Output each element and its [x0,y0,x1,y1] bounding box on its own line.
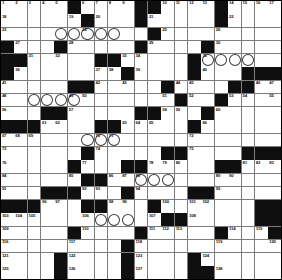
cell-r2c4[interactable] [41,14,54,27]
cell-r3c10[interactable] [121,28,134,41]
cell-r8c18[interactable]: 53 [228,94,241,107]
cell-r11c6[interactable] [68,134,81,147]
cell-r21c2[interactable] [14,266,27,279]
cell-r2c15[interactable] [188,14,201,27]
cell-r13c5[interactable] [54,160,67,173]
cell-r15c1[interactable]: 91 [1,187,14,200]
cell-r3c17[interactable]: 26 [215,28,228,41]
cell-r9c17[interactable]: 60 [215,107,228,120]
cell-r14c11[interactable]: 88 [135,174,148,187]
cell-r18c10[interactable] [121,227,134,240]
cell-r6c5[interactable] [54,67,67,80]
cell-r2c21[interactable] [268,14,281,27]
cell-r12c11[interactable] [135,147,148,160]
cell-r15c7[interactable]: 92 [81,187,94,200]
cell-r6c12[interactable] [148,67,161,80]
cell-r13c7[interactable]: 77 [81,160,94,173]
cell-r14c1[interactable]: 84 [1,174,14,187]
cell-r16c5[interactable]: 97 [54,200,67,213]
cell-r15c2[interactable] [14,187,27,200]
cell-r2c2[interactable] [14,14,27,27]
cell-r21c12[interactable] [148,266,161,279]
cell-r6c6[interactable] [68,67,81,80]
cell-r15c18[interactable] [228,187,241,200]
cell-r15c13[interactable] [161,187,174,200]
cell-r15c19[interactable] [242,187,255,200]
cell-r2c1[interactable]: 18 [1,14,14,27]
cell-r4c12[interactable]: 29 [148,41,161,54]
cell-r12c4[interactable] [41,147,54,160]
cell-r16c4[interactable]: 96 [41,200,54,213]
cell-r10c4[interactable]: 61 [41,120,54,133]
cell-r20c14[interactable] [175,253,188,266]
cell-r5c10[interactable]: 33 [121,54,134,67]
cell-r15c12[interactable] [148,187,161,200]
cell-r1c8[interactable]: 7 [95,1,108,14]
cell-r4c17[interactable]: 30 [215,41,228,54]
cell-r5c18[interactable] [228,54,241,67]
cell-r6c9[interactable]: 38 [108,67,121,80]
cell-r14c3[interactable] [28,174,41,187]
cell-r12c5[interactable] [54,147,67,160]
cell-r6c18[interactable] [228,67,241,80]
cell-r21c18[interactable] [228,266,241,279]
cell-r19c16[interactable] [201,240,214,253]
cell-r3c4[interactable] [41,28,54,41]
cell-r11c13[interactable] [161,134,174,147]
cell-r5c21[interactable] [268,54,281,67]
cell-r1c20[interactable]: 16 [255,1,268,14]
cell-r20c3[interactable] [28,253,41,266]
cell-r16c16[interactable]: 102 [201,200,214,213]
cell-r16c15[interactable]: 101 [188,200,201,213]
cell-r14c14[interactable] [175,174,188,187]
cell-r18c3[interactable] [28,227,41,240]
cell-r12c1[interactable]: 73 [1,147,14,160]
cell-r10c20[interactable] [255,120,268,133]
cell-r8c6[interactable]: 49 [68,94,81,107]
cell-r5c19[interactable] [242,54,255,67]
cell-r8c2[interactable] [14,94,27,107]
cell-r12c3[interactable] [28,147,41,160]
cell-r5c14[interactable] [175,54,188,67]
cell-r8c13[interactable]: 51 [161,94,174,107]
cell-r9c2[interactable] [14,107,27,120]
cell-r18c1[interactable]: 109 [1,227,14,240]
cell-r18c16[interactable] [201,227,214,240]
cell-r4c14[interactable] [175,41,188,54]
cell-r7c9[interactable] [108,81,121,94]
cell-r9c19[interactable] [242,107,255,120]
cell-r9c7[interactable] [81,107,94,120]
cell-r14c15[interactable] [188,174,201,187]
cell-r18c2[interactable] [14,227,27,240]
cell-r17c18[interactable] [228,213,241,226]
cell-r9c14[interactable]: 59 [175,107,188,120]
cell-r7c16[interactable] [201,81,214,94]
cell-r11c14[interactable] [175,134,188,147]
cell-r10c5[interactable]: 62 [54,120,67,133]
cell-r11c1[interactable]: 67 [1,134,14,147]
cell-r2c9[interactable] [108,14,121,27]
cell-r11c16[interactable] [201,134,214,147]
cell-r14c5[interactable] [54,174,67,187]
cell-r15c14[interactable] [175,187,188,200]
cell-r14c21[interactable] [268,174,281,187]
cell-r2c6[interactable]: 19 [68,14,81,27]
cell-r19c13[interactable] [161,240,174,253]
cell-r5c7[interactable] [81,54,94,67]
cell-r18c12[interactable]: 111 [148,227,161,240]
cell-r2c10[interactable] [121,14,134,27]
cell-r8c15[interactable]: 52 [188,94,201,107]
cell-r20c1[interactable]: 121 [1,253,14,266]
cell-r17c6[interactable] [68,213,81,226]
cell-r1c16[interactable]: 13 [201,1,214,14]
cell-r16c9[interactable]: 98 [108,200,121,213]
cell-r9c8[interactable] [95,107,108,120]
cell-r13c2[interactable] [14,160,27,173]
cell-r21c1[interactable]: 125 [1,266,14,279]
cell-r20c8[interactable] [95,253,108,266]
cell-r21c7[interactable] [81,266,94,279]
cell-r7c20[interactable]: 46 [255,81,268,94]
cell-r2c5[interactable] [54,14,67,27]
cell-r19c3[interactable] [28,240,41,253]
cell-r8c8[interactable] [95,94,108,107]
cell-r18c8[interactable] [95,227,108,240]
cell-r3c18[interactable] [228,28,241,41]
cell-r19c1[interactable]: 116 [1,240,14,253]
cell-r20c4[interactable] [41,253,54,266]
cell-r20c21[interactable] [268,253,281,266]
cell-r7c10[interactable]: 43 [121,81,134,94]
cell-r8c11[interactable] [135,94,148,107]
cell-r12c2[interactable] [14,147,27,160]
cell-r3c6[interactable] [68,28,81,41]
cell-r13c8[interactable] [95,160,108,173]
cell-r8c21[interactable]: 55 [268,94,281,107]
cell-r17c17[interactable] [215,213,228,226]
cell-r15c9[interactable] [108,187,121,200]
cell-r1c14[interactable]: 11 [175,1,188,14]
cell-r1c15[interactable]: 12 [188,1,201,14]
cell-r9c1[interactable]: 56 [1,107,14,120]
cell-r3c16[interactable] [201,28,214,41]
cell-r2c19[interactable] [242,14,255,27]
cell-r14c17[interactable]: 89 [215,174,228,187]
cell-r3c15[interactable] [188,28,201,41]
cell-r7c12[interactable] [148,81,161,94]
cell-r10c11[interactable]: 64 [135,120,148,133]
cell-r1c3[interactable]: 3 [28,1,41,14]
cell-r11c11[interactable] [135,134,148,147]
cell-r11c19[interactable] [242,134,255,147]
cell-r21c14[interactable] [175,266,188,279]
cell-r4c4[interactable] [41,41,54,54]
cell-r15c20[interactable] [255,187,268,200]
cell-r6c11[interactable]: 39 [135,67,148,80]
cell-r19c14[interactable] [175,240,188,253]
cell-r13c9[interactable] [108,160,121,173]
cell-r2c8[interactable]: 20 [95,14,108,27]
cell-r18c9[interactable] [108,227,121,240]
cell-r1c19[interactable]: 15 [242,1,255,14]
cell-r10c18[interactable] [228,120,241,133]
cell-r4c2[interactable]: 27 [14,41,27,54]
cell-r12c18[interactable] [228,147,241,160]
cell-r8c19[interactable]: 54 [242,94,255,107]
cell-r16c13[interactable]: 100 [161,200,174,213]
cell-r3c7[interactable]: 24 [81,28,94,41]
cell-r7c11[interactable] [135,81,148,94]
cell-r11c10[interactable] [121,134,134,147]
cell-r4c3[interactable] [28,41,41,54]
cell-r4c15[interactable] [188,41,201,54]
cell-r1c4[interactable]: 4 [41,1,54,14]
cell-r6c14[interactable] [175,67,188,80]
cell-r8c7[interactable]: 50 [81,94,94,107]
cell-r14c13[interactable] [161,174,174,187]
cell-r15c8[interactable]: 93 [95,187,108,200]
cell-r5c17[interactable] [215,54,228,67]
cell-r20c9[interactable] [108,253,121,266]
cell-r20c18[interactable] [228,253,241,266]
cell-r13c4[interactable] [41,160,54,173]
cell-r1c2[interactable]: 2 [14,1,27,14]
cell-r11c5[interactable] [54,134,67,147]
cell-r21c8[interactable] [95,266,108,279]
cell-r10c21[interactable] [268,120,281,133]
cell-r9c9[interactable] [108,107,121,120]
cell-r10c16[interactable]: 66 [201,120,214,133]
cell-r20c19[interactable] [242,253,255,266]
cell-r3c2[interactable] [14,28,27,41]
cell-r9c15[interactable] [188,107,201,120]
cell-r21c13[interactable] [161,266,174,279]
cell-r6c2[interactable]: 36 [14,67,27,80]
cell-r17c3[interactable]: 105 [28,213,41,226]
cell-r18c15[interactable] [188,227,201,240]
cell-r5c16[interactable]: 35 [201,54,214,67]
cell-r20c11[interactable]: 123 [135,253,148,266]
cell-r10c19[interactable] [242,120,255,133]
cell-r17c19[interactable] [242,213,255,226]
cell-r8c9[interactable] [108,94,121,107]
cell-r19c9[interactable] [108,240,121,253]
cell-r10c13[interactable] [161,120,174,133]
cell-r8c10[interactable] [121,94,134,107]
cell-r7c1[interactable]: 41 [1,81,14,94]
cell-r19c6[interactable]: 117 [68,240,81,253]
cell-r20c6[interactable]: 122 [68,253,81,266]
cell-r18c14[interactable]: 113 [175,227,188,240]
cell-r11c2[interactable]: 68 [14,134,27,147]
cell-r19c2[interactable] [14,240,27,253]
cell-r3c13[interactable]: 25 [161,28,174,41]
cell-r3c14[interactable] [175,28,188,41]
cell-r13c3[interactable] [28,160,41,173]
cell-r17c10[interactable] [121,213,134,226]
cell-r21c17[interactable]: 128 [215,266,228,279]
cell-r19c19[interactable] [242,240,255,253]
cell-r20c16[interactable]: 124 [201,253,214,266]
cell-r15c3[interactable] [28,187,41,200]
cell-r20c12[interactable] [148,253,161,266]
cell-r17c9[interactable] [108,213,121,226]
cell-r9c10[interactable] [121,107,134,120]
cell-r3c9[interactable] [108,28,121,41]
cell-r1c7[interactable]: 6 [81,1,94,14]
cell-r17c4[interactable] [41,213,54,226]
cell-r3c21[interactable] [268,28,281,41]
cell-r19c15[interactable] [188,240,201,253]
cell-r3c19[interactable] [242,28,255,41]
cell-r5c4[interactable] [41,54,54,67]
cell-r13c15[interactable] [188,160,201,173]
cell-r17c16[interactable] [201,213,214,226]
cell-r2c14[interactable] [175,14,188,27]
cell-r19c4[interactable] [41,240,54,253]
cell-r17c2[interactable]: 104 [14,213,27,226]
cell-r7c5[interactable] [54,81,67,94]
cell-r18c19[interactable] [242,227,255,240]
cell-r10c7[interactable] [81,120,94,133]
cell-r18c18[interactable]: 114 [228,227,241,240]
cell-r1c1[interactable]: 1 [1,1,14,14]
cell-r2c18[interactable]: 22 [228,14,241,27]
cell-r5c13[interactable] [161,54,174,67]
cell-r12c6[interactable] [68,147,81,160]
cell-r21c4[interactable] [41,266,54,279]
cell-r14c4[interactable] [41,174,54,187]
cell-r21c20[interactable] [255,266,268,279]
cell-r15c21[interactable] [268,187,281,200]
cell-r6c7[interactable] [81,67,94,80]
cell-r13c21[interactable]: 83 [268,160,281,173]
cell-r17c12[interactable]: 107 [148,213,161,226]
cell-r17c8[interactable] [95,213,108,226]
cell-r10c14[interactable] [175,120,188,133]
cell-r13c16[interactable] [201,160,214,173]
cell-r5c12[interactable] [148,54,161,67]
cell-r6c17[interactable] [215,67,228,80]
cell-r20c20[interactable] [255,253,268,266]
cell-r8c3[interactable] [28,94,41,107]
cell-r5c11[interactable]: 34 [135,54,148,67]
cell-r9c21[interactable] [268,107,281,120]
cell-r6c8[interactable]: 37 [95,67,108,80]
cell-r7c15[interactable]: 45 [188,81,201,94]
cell-r11c12[interactable] [148,134,161,147]
cell-r16c6[interactable] [68,200,81,213]
cell-r14c12[interactable] [148,174,161,187]
cell-r10c10[interactable]: 63 [121,120,134,133]
cell-r17c7[interactable]: 106 [81,213,94,226]
cell-r8c20[interactable] [255,94,268,107]
cell-r10c12[interactable]: 65 [148,120,161,133]
cell-r5c6[interactable] [68,54,81,67]
cell-r17c11[interactable] [135,213,148,226]
cell-r13c14[interactable]: 80 [175,160,188,173]
cell-r9c18[interactable] [228,107,241,120]
cell-r4c9[interactable] [108,41,121,54]
cell-r3c11[interactable] [135,28,148,41]
cell-r12c15[interactable]: 75 [188,147,201,160]
cell-r21c19[interactable] [242,266,255,279]
cell-r12c17[interactable] [215,147,228,160]
cell-r16c18[interactable] [228,200,241,213]
cell-r12c8[interactable]: 74 [95,147,108,160]
cell-r3c8[interactable] [95,28,108,41]
cell-r1c10[interactable]: 9 [121,1,134,14]
cell-r20c2[interactable] [14,253,27,266]
cell-r4c10[interactable] [121,41,134,54]
cell-r11c8[interactable]: 70 [95,134,108,147]
cell-r4c21[interactable] [268,41,281,54]
cell-r2c13[interactable] [161,14,174,27]
cell-r16c10[interactable]: 99 [121,200,134,213]
cell-r19c5[interactable] [54,240,67,253]
cell-r1c9[interactable]: 8 [108,1,121,14]
cell-r19c17[interactable]: 119 [215,240,228,253]
cell-r7c2[interactable] [14,81,27,94]
cell-r18c20[interactable]: 115 [255,227,268,240]
cell-r18c4[interactable] [41,227,54,240]
cell-r4c18[interactable] [228,41,241,54]
cell-r2c20[interactable] [255,14,268,27]
cell-r4c8[interactable] [95,41,108,54]
cell-r20c7[interactable] [81,253,94,266]
cell-r2c3[interactable] [28,14,41,27]
cell-r12c10[interactable] [121,147,134,160]
cell-r20c13[interactable] [161,253,174,266]
cell-r20c17[interactable] [215,253,228,266]
cell-r11c15[interactable]: 72 [188,134,201,147]
cell-r19c18[interactable] [228,240,241,253]
cell-r6c16[interactable]: 40 [201,67,214,80]
cell-r14c10[interactable]: 87 [121,174,134,187]
cell-r19c7[interactable] [81,240,94,253]
cell-r8c12[interactable] [148,94,161,107]
cell-r18c7[interactable]: 110 [81,227,94,240]
cell-r10c17[interactable] [215,120,228,133]
cell-r9c3[interactable] [28,107,41,120]
cell-r7c8[interactable]: 42 [95,81,108,94]
cell-r21c3[interactable] [28,266,41,279]
cell-r12c12[interactable] [148,147,161,160]
cell-r13c13[interactable]: 79 [161,160,174,173]
cell-r15c11[interactable]: 94 [135,187,148,200]
cell-r7c17[interactable] [215,81,228,94]
cell-r14c19[interactable] [242,174,255,187]
cell-r17c5[interactable] [54,213,67,226]
cell-r9c6[interactable]: 57 [68,107,81,120]
cell-r5c20[interactable] [255,54,268,67]
cell-r7c4[interactable] [41,81,54,94]
cell-r8c16[interactable] [201,94,214,107]
cell-r3c5[interactable] [54,28,67,41]
cell-r6c13[interactable] [161,67,174,80]
cell-r8c5[interactable] [54,94,67,107]
cell-r16c19[interactable] [242,200,255,213]
cell-r2c12[interactable]: 21 [148,14,161,27]
cell-r14c20[interactable] [255,174,268,187]
cell-r4c20[interactable] [255,41,268,54]
cell-r13c12[interactable]: 78 [148,160,161,173]
cell-r6c4[interactable] [41,67,54,80]
cell-r19c11[interactable]: 118 [135,240,148,253]
